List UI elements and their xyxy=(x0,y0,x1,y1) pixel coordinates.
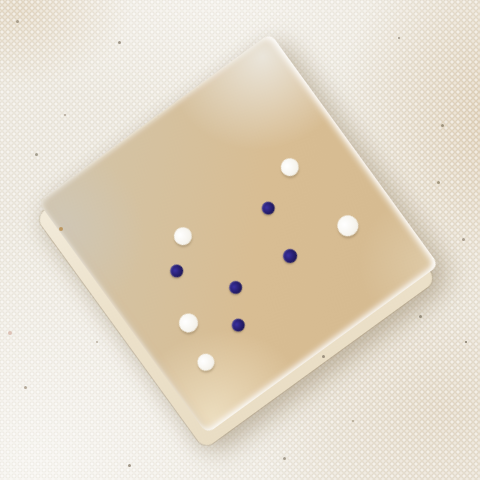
fabric-speckle xyxy=(419,315,422,318)
navy-dot xyxy=(259,199,277,217)
white-dot xyxy=(277,155,302,180)
white-dot xyxy=(170,224,195,249)
navy-dot xyxy=(229,316,247,334)
photo-scene xyxy=(0,0,480,480)
fabric-speckle xyxy=(35,153,38,156)
fabric-speckle xyxy=(96,341,98,343)
fabric-speckle xyxy=(8,331,12,335)
fabric-speckle xyxy=(462,238,465,241)
navy-dot xyxy=(280,246,300,266)
fabric-speckle xyxy=(64,114,66,116)
navy-dot xyxy=(226,278,244,296)
fabric-speckle xyxy=(398,37,400,39)
fabric-speckle xyxy=(59,227,63,231)
fabric-speckle xyxy=(322,355,325,358)
fabric-speckle xyxy=(352,420,354,422)
fabric-speckle xyxy=(441,124,444,127)
fabric-speckle xyxy=(128,464,131,467)
white-dot xyxy=(193,350,217,374)
fabric-speckle xyxy=(437,181,440,184)
fabric-speckle xyxy=(465,341,467,343)
white-dot xyxy=(175,310,202,337)
white-dot xyxy=(332,211,361,240)
fabric-speckle xyxy=(16,20,19,23)
fabric-speckle xyxy=(283,457,286,460)
navy-dot xyxy=(167,262,185,280)
fabric-speckle xyxy=(118,41,121,44)
fabric-speckle xyxy=(24,386,27,389)
